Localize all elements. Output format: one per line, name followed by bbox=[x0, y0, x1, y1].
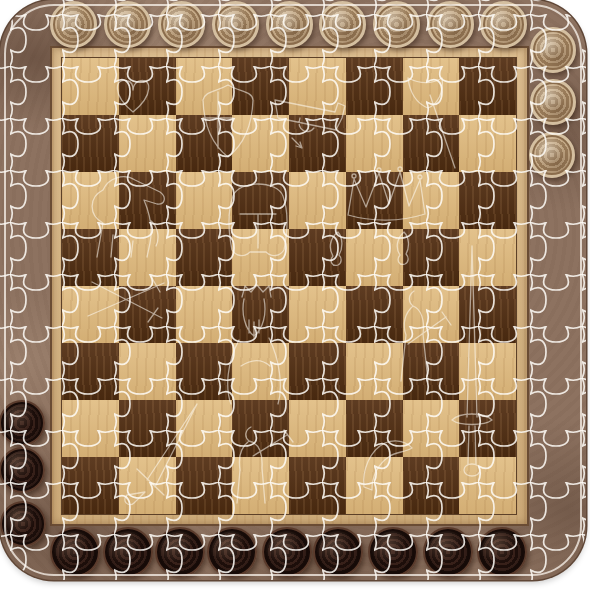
black-checker[interactable] bbox=[368, 527, 418, 577]
white-checker[interactable] bbox=[212, 1, 259, 48]
black-checker[interactable] bbox=[262, 527, 312, 577]
puzzle-board bbox=[0, 0, 586, 580]
black-checker[interactable] bbox=[0, 447, 45, 493]
white-checker[interactable] bbox=[158, 1, 205, 48]
black-checker[interactable] bbox=[313, 527, 363, 577]
white-checker[interactable] bbox=[104, 1, 151, 48]
checkers-layer bbox=[0, 0, 586, 580]
black-checker[interactable] bbox=[423, 527, 473, 577]
black-checker[interactable] bbox=[0, 400, 45, 446]
black-checker[interactable] bbox=[50, 527, 100, 577]
black-checker[interactable] bbox=[477, 527, 527, 577]
black-checker[interactable] bbox=[103, 527, 153, 577]
white-checker[interactable] bbox=[529, 132, 575, 178]
white-checker[interactable] bbox=[50, 1, 97, 48]
black-checker[interactable] bbox=[155, 527, 205, 577]
screenshot bbox=[0, 0, 590, 592]
white-checker[interactable] bbox=[530, 79, 576, 125]
white-checker[interactable] bbox=[319, 1, 366, 48]
black-checker[interactable] bbox=[207, 527, 257, 577]
white-checker[interactable] bbox=[373, 1, 420, 48]
white-checker[interactable] bbox=[427, 1, 474, 48]
black-checker[interactable] bbox=[0, 501, 46, 547]
white-checker[interactable] bbox=[530, 27, 576, 73]
white-checker[interactable] bbox=[480, 1, 527, 48]
white-checker[interactable] bbox=[266, 1, 313, 48]
